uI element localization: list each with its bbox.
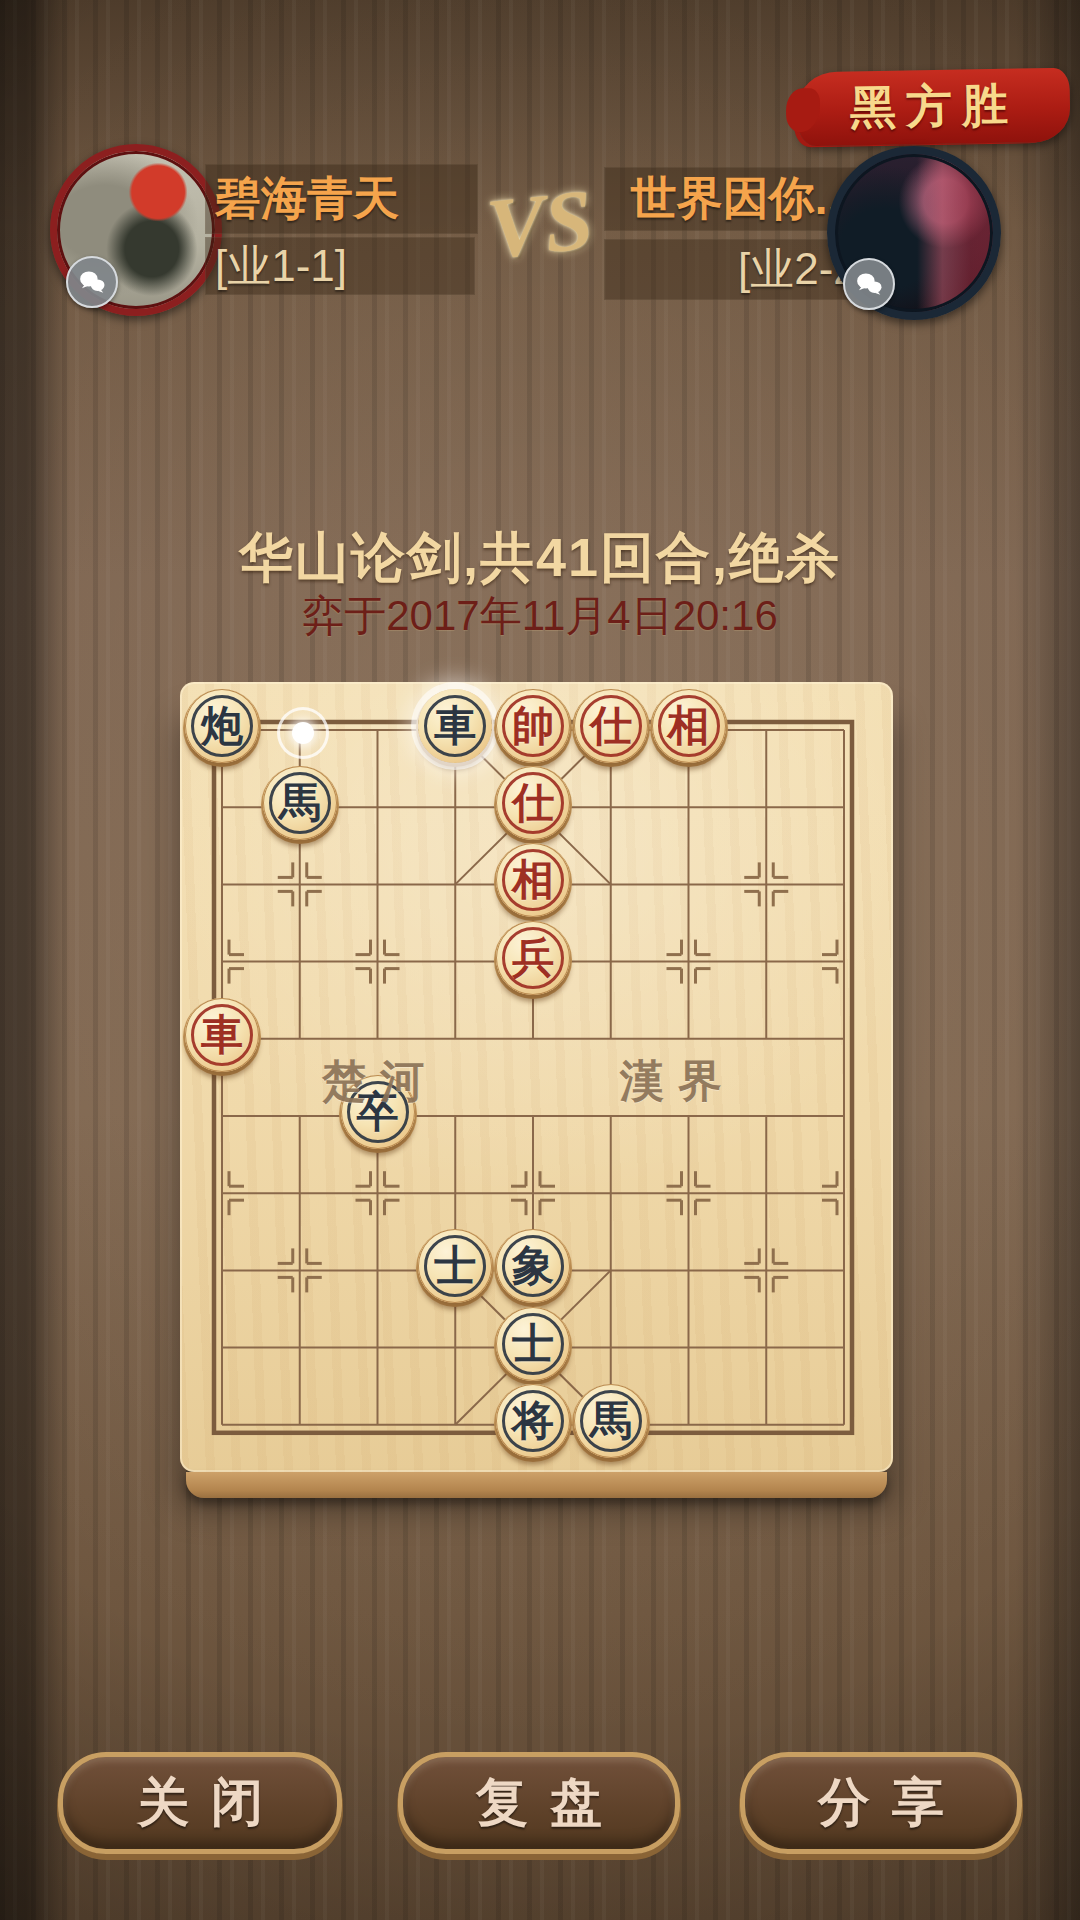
piece-glyph: 車	[434, 705, 476, 747]
close-button[interactable]: 关闭	[58, 1752, 342, 1854]
piece-black-将[interactable]: 将	[496, 1384, 570, 1458]
piece-glyph: 炮	[201, 705, 243, 747]
replay-button-label: 复盘	[454, 1768, 624, 1838]
piece-glyph: 兵	[512, 937, 554, 979]
piece-black-炮[interactable]: 炮	[185, 689, 259, 763]
piece-glyph: 帥	[512, 705, 554, 747]
piece-red-車[interactable]: 車	[185, 998, 259, 1072]
piece-black-象[interactable]: 象	[496, 1229, 570, 1303]
last-move-origin-marker	[277, 707, 329, 759]
piece-red-兵[interactable]: 兵	[496, 921, 570, 995]
vs-graphic: VS	[462, 155, 618, 293]
river-label-han-jie: 漢界	[620, 1052, 736, 1111]
piece-red-相[interactable]: 相	[496, 843, 570, 917]
piece-glyph: 仕	[590, 705, 632, 747]
piece-black-士[interactable]: 士	[496, 1307, 570, 1381]
piece-black-馬[interactable]: 馬	[574, 1384, 648, 1458]
piece-glyph: 馬	[590, 1400, 632, 1442]
piece-glyph: 将	[512, 1400, 554, 1442]
river-label-chu-he: 楚河	[322, 1052, 438, 1111]
piece-glyph: 象	[512, 1245, 554, 1287]
game-summary-title: 华山论剑,共41回合,绝杀	[0, 522, 1080, 595]
share-button[interactable]: 分享	[740, 1752, 1022, 1854]
piece-red-仕[interactable]: 仕	[496, 766, 570, 840]
result-badge-label: 黑方胜	[849, 75, 1018, 140]
replay-button[interactable]: 复盘	[398, 1752, 680, 1854]
piece-glyph: 士	[512, 1323, 554, 1365]
piece-glyph: 士	[434, 1245, 476, 1287]
piece-glyph: 相	[668, 705, 710, 747]
left-player-name-panel: 碧海青天	[205, 164, 478, 234]
piece-red-仕[interactable]: 仕	[574, 689, 648, 763]
piece-glyph: 馬	[279, 782, 321, 824]
piece-black-車[interactable]: 車	[418, 689, 492, 763]
piece-black-馬[interactable]: 馬	[263, 766, 337, 840]
game-date-subtitle: 弈于2017年11月4日20:16	[0, 588, 1080, 644]
piece-red-相[interactable]: 相	[652, 689, 726, 763]
piece-glyph: 相	[512, 859, 554, 901]
piece-glyph: 仕	[512, 782, 554, 824]
piece-red-帥[interactable]: 帥	[496, 689, 570, 763]
left-player-name: 碧海青天	[205, 168, 409, 230]
wechat-icon	[843, 258, 895, 310]
left-player-rank-panel: [业1-1]	[205, 237, 475, 295]
share-button-label: 分享	[796, 1768, 966, 1838]
wechat-icon	[66, 256, 118, 308]
close-button-label: 关闭	[115, 1768, 285, 1838]
result-badge: 黑方胜	[797, 68, 1070, 147]
wechat-bubbles-icon	[854, 269, 884, 299]
piece-glyph: 車	[201, 1014, 243, 1056]
wechat-bubbles-icon	[77, 267, 107, 297]
xiangqi-board[interactable]: 炮車帥仕相馬仕相兵車卒士象士将馬	[180, 682, 893, 1472]
left-player-rank: [业1-1]	[205, 237, 357, 296]
